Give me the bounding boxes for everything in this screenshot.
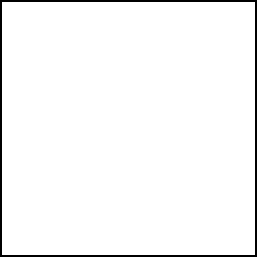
chess-diagram — [0, 0, 257, 257]
chess-board — [2, 2, 255, 255]
